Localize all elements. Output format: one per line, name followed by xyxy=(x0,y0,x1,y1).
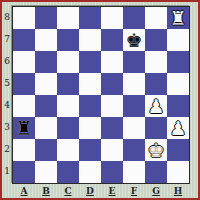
square-e1[interactable] xyxy=(101,161,123,183)
rank-label-3: 3 xyxy=(2,116,12,138)
square-c3[interactable] xyxy=(57,117,79,139)
file-label-F: F xyxy=(123,185,145,198)
square-f5[interactable] xyxy=(123,73,145,95)
file-label-C: C xyxy=(57,185,79,198)
square-b8[interactable] xyxy=(35,7,57,29)
square-h4[interactable] xyxy=(167,95,189,117)
file-label-E: E xyxy=(101,185,123,198)
square-c2[interactable] xyxy=(57,139,79,161)
square-e2[interactable] xyxy=(101,139,123,161)
square-d6[interactable] xyxy=(79,51,101,73)
chess-board: ♜♚♟♜♟♚ xyxy=(12,6,190,184)
rank-label-7: 7 xyxy=(2,28,12,50)
square-d3[interactable] xyxy=(79,117,101,139)
square-g5[interactable] xyxy=(145,73,167,95)
square-b6[interactable] xyxy=(35,51,57,73)
square-d2[interactable] xyxy=(79,139,101,161)
square-d8[interactable] xyxy=(79,7,101,29)
square-g7[interactable] xyxy=(145,29,167,51)
square-a5[interactable] xyxy=(13,73,35,95)
square-d1[interactable] xyxy=(79,161,101,183)
square-c4[interactable] xyxy=(57,95,79,117)
square-b5[interactable] xyxy=(35,73,57,95)
piece-black-king-f7[interactable]: ♚ xyxy=(123,29,145,51)
file-label-B: B xyxy=(35,185,57,198)
square-c6[interactable] xyxy=(57,51,79,73)
square-c7[interactable] xyxy=(57,29,79,51)
square-a8[interactable] xyxy=(13,7,35,29)
piece-black-rook-a3[interactable]: ♜ xyxy=(13,117,35,139)
rank-label-5: 5 xyxy=(2,72,12,94)
square-e7[interactable] xyxy=(101,29,123,51)
square-g3[interactable] xyxy=(145,117,167,139)
square-h3[interactable]: ♟ xyxy=(167,117,189,139)
square-c8[interactable] xyxy=(57,7,79,29)
file-label-D: D xyxy=(79,185,101,198)
square-c5[interactable] xyxy=(57,73,79,95)
square-f2[interactable] xyxy=(123,139,145,161)
board-frame: ♜♚♟♜♟♚ 87654321 ABCDEFGH xyxy=(2,2,198,198)
file-label-H: H xyxy=(167,185,189,198)
file-label-G: G xyxy=(145,185,167,198)
square-g4[interactable]: ♟ xyxy=(145,95,167,117)
square-h5[interactable] xyxy=(167,73,189,95)
rank-label-4: 4 xyxy=(2,94,12,116)
square-h6[interactable] xyxy=(167,51,189,73)
square-e6[interactable] xyxy=(101,51,123,73)
piece-white-pawn-h3[interactable]: ♟ xyxy=(167,117,189,139)
square-g8[interactable] xyxy=(145,7,167,29)
square-b3[interactable] xyxy=(35,117,57,139)
square-h8[interactable]: ♜ xyxy=(167,7,189,29)
square-e5[interactable] xyxy=(101,73,123,95)
square-g2[interactable]: ♚ xyxy=(145,139,167,161)
square-h1[interactable] xyxy=(167,161,189,183)
square-h2[interactable] xyxy=(167,139,189,161)
square-g6[interactable] xyxy=(145,51,167,73)
square-f8[interactable] xyxy=(123,7,145,29)
square-a6[interactable] xyxy=(13,51,35,73)
piece-white-king-g2[interactable]: ♚ xyxy=(145,139,167,161)
square-a3[interactable]: ♜ xyxy=(13,117,35,139)
square-d5[interactable] xyxy=(79,73,101,95)
file-label-A: A xyxy=(13,185,35,198)
rank-label-2: 2 xyxy=(2,138,12,160)
square-b1[interactable] xyxy=(35,161,57,183)
square-f7[interactable]: ♚ xyxy=(123,29,145,51)
square-e8[interactable] xyxy=(101,7,123,29)
square-a4[interactable] xyxy=(13,95,35,117)
rank-label-1: 1 xyxy=(2,160,12,182)
rank-label-6: 6 xyxy=(2,50,12,72)
square-h7[interactable] xyxy=(167,29,189,51)
square-a2[interactable] xyxy=(13,139,35,161)
square-g1[interactable] xyxy=(145,161,167,183)
piece-white-pawn-g4[interactable]: ♟ xyxy=(145,95,167,117)
square-d7[interactable] xyxy=(79,29,101,51)
square-b7[interactable] xyxy=(35,29,57,51)
square-c1[interactable] xyxy=(57,161,79,183)
piece-white-rook-h8[interactable]: ♜ xyxy=(167,7,189,29)
chess-diagram: ♜♚♟♜♟♚ 87654321 ABCDEFGH xyxy=(0,0,200,200)
square-e3[interactable] xyxy=(101,117,123,139)
square-a1[interactable] xyxy=(13,161,35,183)
square-e4[interactable] xyxy=(101,95,123,117)
square-f1[interactable] xyxy=(123,161,145,183)
square-a7[interactable] xyxy=(13,29,35,51)
square-f3[interactable] xyxy=(123,117,145,139)
square-f6[interactable] xyxy=(123,51,145,73)
square-b2[interactable] xyxy=(35,139,57,161)
square-b4[interactable] xyxy=(35,95,57,117)
rank-label-8: 8 xyxy=(2,6,12,28)
square-f4[interactable] xyxy=(123,95,145,117)
square-d4[interactable] xyxy=(79,95,101,117)
